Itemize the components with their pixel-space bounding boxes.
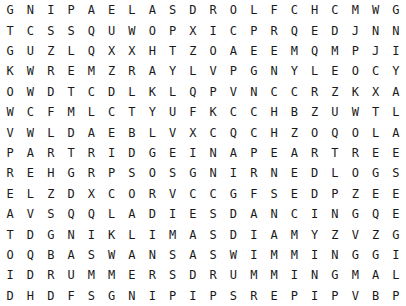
grid-cell-r15c18[interactable]: V — [345, 286, 365, 306]
grid-cell-r11c6[interactable]: L — [101, 204, 121, 224]
grid-cell-r10c1[interactable]: E — [0, 184, 20, 204]
grid-cell-r8c2[interactable]: A — [20, 143, 40, 163]
grid-cell-r7c5[interactable]: A — [81, 122, 101, 142]
grid-cell-r9c20[interactable]: S — [386, 163, 406, 183]
grid-cell-r12c8[interactable]: I — [142, 224, 162, 244]
grid-cell-r9c10[interactable]: G — [183, 163, 203, 183]
grid-cell-r15c9[interactable]: P — [162, 286, 182, 306]
grid-cell-r7c18[interactable]: O — [345, 122, 365, 142]
grid-cell-r1c5[interactable]: A — [81, 0, 101, 20]
grid-cell-r12c1[interactable]: T — [0, 224, 20, 244]
grid-cell-r2c14[interactable]: R — [264, 20, 284, 40]
grid-cell-r10c7[interactable]: O — [122, 184, 142, 204]
grid-cell-r11c8[interactable]: D — [142, 204, 162, 224]
grid-cell-r10c16[interactable]: D — [304, 184, 324, 204]
grid-cell-r1c2[interactable]: N — [20, 0, 40, 20]
grid-cell-r6c8[interactable]: Y — [142, 102, 162, 122]
grid-cell-r8c7[interactable]: D — [122, 143, 142, 163]
grid-cell-r7c17[interactable]: Q — [325, 122, 345, 142]
grid-cell-r3c6[interactable]: X — [101, 41, 121, 61]
grid-cell-r1c7[interactable]: L — [122, 0, 142, 20]
grid-cell-r13c6[interactable]: W — [101, 245, 121, 265]
grid-cell-r1c12[interactable]: O — [223, 0, 243, 20]
grid-cell-r9c11[interactable]: N — [203, 163, 223, 183]
grid-cell-r8c18[interactable]: R — [345, 143, 365, 163]
grid-cell-r14c8[interactable]: R — [142, 265, 162, 285]
grid-cell-r2c3[interactable]: S — [41, 20, 61, 40]
grid-cell-r8c13[interactable]: P — [244, 143, 264, 163]
grid-cell-r4c17[interactable]: E — [325, 61, 345, 81]
grid-cell-r1c11[interactable]: R — [203, 0, 223, 20]
grid-cell-r2c4[interactable]: S — [61, 20, 81, 40]
grid-cell-r8c16[interactable]: R — [304, 143, 324, 163]
grid-cell-r14c15[interactable]: I — [284, 265, 304, 285]
grid-cell-r9c8[interactable]: O — [142, 163, 162, 183]
grid-cell-r5c13[interactable]: N — [244, 82, 264, 102]
grid-cell-r15c7[interactable]: N — [122, 286, 142, 306]
grid-cell-r6c2[interactable]: C — [20, 102, 40, 122]
grid-cell-r10c6[interactable]: C — [101, 184, 121, 204]
grid-cell-r1c9[interactable]: S — [162, 0, 182, 20]
grid-cell-r14c3[interactable]: R — [41, 265, 61, 285]
grid-cell-r7c9[interactable]: V — [162, 122, 182, 142]
grid-cell-r3c2[interactable]: U — [20, 41, 40, 61]
grid-cell-r8c11[interactable]: N — [203, 143, 223, 163]
grid-cell-r10c20[interactable]: E — [386, 184, 406, 204]
grid-cell-r10c11[interactable]: C — [203, 184, 223, 204]
grid-cell-r9c4[interactable]: G — [61, 163, 81, 183]
grid-cell-r2c1[interactable]: T — [0, 20, 20, 40]
grid-cell-r11c7[interactable]: A — [122, 204, 142, 224]
grid-cell-r15c5[interactable]: S — [81, 286, 101, 306]
grid-cell-r3c16[interactable]: Q — [304, 41, 324, 61]
grid-cell-r15c3[interactable]: D — [41, 286, 61, 306]
grid-cell-r5c8[interactable]: K — [142, 82, 162, 102]
grid-cell-r10c12[interactable]: G — [223, 184, 243, 204]
grid-cell-r13c10[interactable]: A — [183, 245, 203, 265]
grid-cell-r3c3[interactable]: Z — [41, 41, 61, 61]
grid-cell-r15c1[interactable]: D — [0, 286, 20, 306]
grid-cell-r1c10[interactable]: D — [183, 0, 203, 20]
grid-cell-r3c10[interactable]: Z — [183, 41, 203, 61]
grid-cell-r11c19[interactable]: Q — [365, 204, 385, 224]
grid-cell-r12c17[interactable]: Z — [325, 224, 345, 244]
grid-cell-r13c9[interactable]: S — [162, 245, 182, 265]
grid-cell-r6c18[interactable]: W — [345, 102, 365, 122]
grid-cell-r14c20[interactable]: L — [386, 265, 406, 285]
grid-cell-r5c10[interactable]: Q — [183, 82, 203, 102]
grid-cell-r15c17[interactable]: P — [325, 286, 345, 306]
grid-cell-r14c17[interactable]: G — [325, 265, 345, 285]
grid-cell-r13c12[interactable]: W — [223, 245, 243, 265]
grid-cell-r8c20[interactable]: E — [386, 143, 406, 163]
grid-cell-r12c14[interactable]: A — [264, 224, 284, 244]
grid-cell-r5c17[interactable]: Z — [325, 82, 345, 102]
grid-cell-r1c17[interactable]: C — [325, 0, 345, 20]
grid-cell-r7c10[interactable]: X — [183, 122, 203, 142]
grid-cell-r10c5[interactable]: X — [81, 184, 101, 204]
grid-cell-r5c2[interactable]: W — [20, 82, 40, 102]
grid-cell-r4c19[interactable]: C — [365, 61, 385, 81]
grid-cell-r4c9[interactable]: Y — [162, 61, 182, 81]
grid-cell-r11c18[interactable]: G — [345, 204, 365, 224]
grid-cell-r7c14[interactable]: H — [264, 122, 284, 142]
grid-cell-r3c5[interactable]: Q — [81, 41, 101, 61]
grid-cell-r4c2[interactable]: W — [20, 61, 40, 81]
grid-cell-r3c13[interactable]: E — [244, 41, 264, 61]
grid-cell-r13c13[interactable]: I — [244, 245, 264, 265]
grid-cell-r10c9[interactable]: V — [162, 184, 182, 204]
grid-cell-r9c5[interactable]: R — [81, 163, 101, 183]
grid-cell-r9c6[interactable]: P — [101, 163, 121, 183]
grid-cell-r2c5[interactable]: Q — [81, 20, 101, 40]
grid-cell-r13c18[interactable]: G — [345, 245, 365, 265]
grid-cell-r4c14[interactable]: N — [264, 61, 284, 81]
grid-cell-r12c5[interactable]: I — [81, 224, 101, 244]
grid-cell-r8c19[interactable]: E — [365, 143, 385, 163]
grid-cell-r15c11[interactable]: P — [203, 286, 223, 306]
grid-cell-r15c13[interactable]: R — [244, 286, 264, 306]
grid-cell-r7c16[interactable]: O — [304, 122, 324, 142]
grid-cell-r13c5[interactable]: S — [81, 245, 101, 265]
grid-cell-r11c4[interactable]: Q — [61, 204, 81, 224]
grid-cell-r2c16[interactable]: E — [304, 20, 324, 40]
grid-cell-r3c14[interactable]: E — [264, 41, 284, 61]
grid-cell-r13c11[interactable]: S — [203, 245, 223, 265]
grid-cell-r3c15[interactable]: M — [284, 41, 304, 61]
grid-cell-r5c18[interactable]: K — [345, 82, 365, 102]
grid-cell-r11c11[interactable]: S — [203, 204, 223, 224]
grid-cell-r11c5[interactable]: Q — [81, 204, 101, 224]
grid-cell-r6c5[interactable]: L — [81, 102, 101, 122]
grid-cell-r14c1[interactable]: I — [0, 265, 20, 285]
grid-cell-r8c14[interactable]: E — [264, 143, 284, 163]
grid-cell-r14c13[interactable]: M — [244, 265, 264, 285]
grid-cell-r2c17[interactable]: D — [325, 20, 345, 40]
grid-cell-r15c10[interactable]: I — [183, 286, 203, 306]
grid-cell-r9c2[interactable]: E — [20, 163, 40, 183]
grid-cell-r10c15[interactable]: E — [284, 184, 304, 204]
grid-cell-r8c9[interactable]: E — [162, 143, 182, 163]
grid-cell-r1c1[interactable]: G — [0, 0, 20, 20]
grid-cell-r12c9[interactable]: M — [162, 224, 182, 244]
grid-cell-r15c14[interactable]: E — [264, 286, 284, 306]
grid-cell-r11c17[interactable]: N — [325, 204, 345, 224]
grid-cell-r7c1[interactable]: V — [0, 122, 20, 142]
grid-cell-r7c6[interactable]: E — [101, 122, 121, 142]
grid-cell-r1c20[interactable]: G — [386, 0, 406, 20]
grid-cell-r13c15[interactable]: M — [284, 245, 304, 265]
grid-cell-r5c16[interactable]: R — [304, 82, 324, 102]
grid-cell-r4c1[interactable]: K — [0, 61, 20, 81]
grid-cell-r4c5[interactable]: M — [81, 61, 101, 81]
grid-cell-r2c12[interactable]: C — [223, 20, 243, 40]
grid-cell-r4c6[interactable]: Z — [101, 61, 121, 81]
grid-cell-r15c15[interactable]: P — [284, 286, 304, 306]
grid-cell-r14c18[interactable]: M — [345, 265, 365, 285]
grid-cell-r12c12[interactable]: D — [223, 224, 243, 244]
grid-cell-r8c5[interactable]: R — [81, 143, 101, 163]
grid-cell-r1c8[interactable]: A — [142, 0, 162, 20]
grid-cell-r14c2[interactable]: D — [20, 265, 40, 285]
grid-cell-r15c8[interactable]: I — [142, 286, 162, 306]
grid-cell-r5c9[interactable]: L — [162, 82, 182, 102]
grid-cell-r10c17[interactable]: P — [325, 184, 345, 204]
grid-cell-r1c19[interactable]: W — [365, 0, 385, 20]
grid-cell-r7c12[interactable]: Q — [223, 122, 243, 142]
grid-cell-r11c14[interactable]: N — [264, 204, 284, 224]
grid-cell-r3c8[interactable]: H — [142, 41, 162, 61]
grid-cell-r14c9[interactable]: S — [162, 265, 182, 285]
grid-cell-r6c16[interactable]: Z — [304, 102, 324, 122]
grid-cell-r8c17[interactable]: T — [325, 143, 345, 163]
grid-cell-r9c9[interactable]: S — [162, 163, 182, 183]
grid-cell-r6c19[interactable]: T — [365, 102, 385, 122]
grid-cell-r11c12[interactable]: D — [223, 204, 243, 224]
grid-cell-r14c14[interactable]: M — [264, 265, 284, 285]
grid-cell-r3c19[interactable]: J — [365, 41, 385, 61]
grid-cell-r2c10[interactable]: X — [183, 20, 203, 40]
grid-cell-r2c18[interactable]: J — [345, 20, 365, 40]
grid-cell-r12c4[interactable]: N — [61, 224, 81, 244]
grid-cell-r4c16[interactable]: L — [304, 61, 324, 81]
grid-cell-r12c20[interactable]: G — [386, 224, 406, 244]
grid-cell-r6c4[interactable]: M — [61, 102, 81, 122]
grid-cell-r12c3[interactable]: G — [41, 224, 61, 244]
grid-cell-r6c10[interactable]: F — [183, 102, 203, 122]
grid-cell-r12c6[interactable]: K — [101, 224, 121, 244]
grid-cell-r1c3[interactable]: I — [41, 0, 61, 20]
grid-cell-r10c4[interactable]: D — [61, 184, 81, 204]
grid-cell-r14c7[interactable]: E — [122, 265, 142, 285]
grid-cell-r5c14[interactable]: C — [264, 82, 284, 102]
grid-cell-r13c8[interactable]: N — [142, 245, 162, 265]
grid-cell-r6c7[interactable]: T — [122, 102, 142, 122]
grid-cell-r8c8[interactable]: G — [142, 143, 162, 163]
grid-cell-r6c14[interactable]: H — [264, 102, 284, 122]
grid-cell-r15c20[interactable]: P — [386, 286, 406, 306]
grid-cell-r13c20[interactable]: I — [386, 245, 406, 265]
grid-cell-r6c6[interactable]: C — [101, 102, 121, 122]
grid-cell-r1c14[interactable]: F — [264, 0, 284, 20]
grid-cell-r9c19[interactable]: G — [365, 163, 385, 183]
grid-cell-r13c14[interactable]: M — [264, 245, 284, 265]
grid-cell-r6c13[interactable]: C — [244, 102, 264, 122]
grid-cell-r5c19[interactable]: X — [365, 82, 385, 102]
grid-cell-r6c12[interactable]: C — [223, 102, 243, 122]
grid-cell-r2c13[interactable]: P — [244, 20, 264, 40]
grid-cell-r4c15[interactable]: Y — [284, 61, 304, 81]
grid-cell-r9c7[interactable]: S — [122, 163, 142, 183]
grid-cell-r12c2[interactable]: D — [20, 224, 40, 244]
grid-cell-r12c7[interactable]: L — [122, 224, 142, 244]
grid-cell-r15c19[interactable]: B — [365, 286, 385, 306]
grid-cell-r12c13[interactable]: I — [244, 224, 264, 244]
grid-cell-r3c7[interactable]: X — [122, 41, 142, 61]
grid-cell-r7c15[interactable]: Z — [284, 122, 304, 142]
grid-cell-r13c2[interactable]: Q — [20, 245, 40, 265]
grid-cell-r3c17[interactable]: M — [325, 41, 345, 61]
grid-cell-r12c15[interactable]: M — [284, 224, 304, 244]
grid-cell-r4c4[interactable]: E — [61, 61, 81, 81]
grid-cell-r2c7[interactable]: W — [122, 20, 142, 40]
grid-cell-r11c16[interactable]: I — [304, 204, 324, 224]
grid-cell-r5c5[interactable]: C — [81, 82, 101, 102]
grid-cell-r7c8[interactable]: L — [142, 122, 162, 142]
grid-cell-r11c9[interactable]: I — [162, 204, 182, 224]
grid-cell-r11c3[interactable]: S — [41, 204, 61, 224]
grid-cell-r13c19[interactable]: G — [365, 245, 385, 265]
grid-cell-r3c18[interactable]: P — [345, 41, 365, 61]
grid-cell-r4c10[interactable]: L — [183, 61, 203, 81]
grid-cell-r14c6[interactable]: M — [101, 265, 121, 285]
grid-cell-r9c17[interactable]: L — [325, 163, 345, 183]
grid-cell-r10c14[interactable]: S — [264, 184, 284, 204]
grid-cell-r11c1[interactable]: A — [0, 204, 20, 224]
grid-cell-r11c10[interactable]: E — [183, 204, 203, 224]
grid-cell-r8c12[interactable]: A — [223, 143, 243, 163]
grid-cell-r12c10[interactable]: A — [183, 224, 203, 244]
grid-cell-r9c1[interactable]: R — [0, 163, 20, 183]
grid-cell-r1c13[interactable]: L — [244, 0, 264, 20]
grid-cell-r13c17[interactable]: N — [325, 245, 345, 265]
grid-cell-r2c6[interactable]: U — [101, 20, 121, 40]
grid-cell-r5c1[interactable]: O — [0, 82, 20, 102]
grid-cell-r14c19[interactable]: A — [365, 265, 385, 285]
grid-cell-r4c11[interactable]: V — [203, 61, 223, 81]
grid-cell-r3c1[interactable]: G — [0, 41, 20, 61]
grid-cell-r6c11[interactable]: K — [203, 102, 223, 122]
grid-cell-r12c11[interactable]: S — [203, 224, 223, 244]
grid-cell-r5c12[interactable]: V — [223, 82, 243, 102]
grid-cell-r14c16[interactable]: N — [304, 265, 324, 285]
grid-cell-r3c12[interactable]: A — [223, 41, 243, 61]
grid-cell-r3c20[interactable]: I — [386, 41, 406, 61]
grid-cell-r4c20[interactable]: Y — [386, 61, 406, 81]
grid-cell-r8c10[interactable]: I — [183, 143, 203, 163]
grid-cell-r14c10[interactable]: D — [183, 265, 203, 285]
grid-cell-r8c3[interactable]: R — [41, 143, 61, 163]
grid-cell-r7c13[interactable]: C — [244, 122, 264, 142]
grid-cell-r11c2[interactable]: V — [20, 204, 40, 224]
grid-cell-r9c18[interactable]: O — [345, 163, 365, 183]
grid-cell-r8c15[interactable]: A — [284, 143, 304, 163]
grid-cell-r4c13[interactable]: G — [244, 61, 264, 81]
grid-cell-r1c6[interactable]: E — [101, 0, 121, 20]
grid-cell-r2c15[interactable]: Q — [284, 20, 304, 40]
grid-cell-r10c3[interactable]: Z — [41, 184, 61, 204]
grid-cell-r5c4[interactable]: T — [61, 82, 81, 102]
grid-cell-r5c20[interactable]: A — [386, 82, 406, 102]
grid-cell-r15c16[interactable]: I — [304, 286, 324, 306]
grid-cell-r2c9[interactable]: P — [162, 20, 182, 40]
grid-cell-r15c6[interactable]: G — [101, 286, 121, 306]
grid-cell-r11c13[interactable]: A — [244, 204, 264, 224]
grid-cell-r3c4[interactable]: L — [61, 41, 81, 61]
grid-cell-r6c9[interactable]: U — [162, 102, 182, 122]
grid-cell-r6c15[interactable]: B — [284, 102, 304, 122]
grid-cell-r6c17[interactable]: U — [325, 102, 345, 122]
grid-cell-r5c11[interactable]: P — [203, 82, 223, 102]
grid-cell-r13c16[interactable]: I — [304, 245, 324, 265]
grid-cell-r4c8[interactable]: A — [142, 61, 162, 81]
grid-cell-r6c3[interactable]: F — [41, 102, 61, 122]
grid-cell-r7c20[interactable]: A — [386, 122, 406, 142]
grid-cell-r4c3[interactable]: R — [41, 61, 61, 81]
grid-cell-r10c8[interactable]: R — [142, 184, 162, 204]
grid-cell-r10c10[interactable]: C — [183, 184, 203, 204]
grid-cell-r15c12[interactable]: S — [223, 286, 243, 306]
grid-cell-r10c18[interactable]: Z — [345, 184, 365, 204]
grid-cell-r1c4[interactable]: P — [61, 0, 81, 20]
grid-cell-r7c7[interactable]: B — [122, 122, 142, 142]
grid-cell-r4c18[interactable]: O — [345, 61, 365, 81]
grid-cell-r12c18[interactable]: V — [345, 224, 365, 244]
grid-cell-r7c11[interactable]: C — [203, 122, 223, 142]
grid-cell-r2c20[interactable]: N — [386, 20, 406, 40]
grid-cell-r2c19[interactable]: N — [365, 20, 385, 40]
grid-cell-r7c3[interactable]: L — [41, 122, 61, 142]
grid-cell-r1c16[interactable]: H — [304, 0, 324, 20]
grid-cell-r5c6[interactable]: D — [101, 82, 121, 102]
grid-cell-r6c1[interactable]: W — [0, 102, 20, 122]
grid-cell-r3c9[interactable]: T — [162, 41, 182, 61]
grid-cell-r14c12[interactable]: U — [223, 265, 243, 285]
grid-cell-r9c14[interactable]: N — [264, 163, 284, 183]
grid-cell-r4c12[interactable]: P — [223, 61, 243, 81]
grid-cell-r14c4[interactable]: U — [61, 265, 81, 285]
grid-cell-r7c19[interactable]: L — [365, 122, 385, 142]
grid-cell-r2c2[interactable]: C — [20, 20, 40, 40]
grid-cell-r15c4[interactable]: F — [61, 286, 81, 306]
grid-cell-r5c7[interactable]: L — [122, 82, 142, 102]
grid-cell-r8c1[interactable]: P — [0, 143, 20, 163]
grid-cell-r15c2[interactable]: H — [20, 286, 40, 306]
grid-cell-r12c16[interactable]: Y — [304, 224, 324, 244]
grid-cell-r7c4[interactable]: D — [61, 122, 81, 142]
grid-cell-r13c4[interactable]: A — [61, 245, 81, 265]
grid-cell-r11c20[interactable]: E — [386, 204, 406, 224]
grid-cell-r3c11[interactable]: O — [203, 41, 223, 61]
grid-cell-r9c3[interactable]: H — [41, 163, 61, 183]
grid-cell-r13c7[interactable]: A — [122, 245, 142, 265]
grid-cell-r13c3[interactable]: B — [41, 245, 61, 265]
grid-cell-r6c20[interactable]: L — [386, 102, 406, 122]
grid-cell-r9c16[interactable]: D — [304, 163, 324, 183]
grid-cell-r8c4[interactable]: T — [61, 143, 81, 163]
grid-cell-r10c19[interactable]: E — [365, 184, 385, 204]
grid-cell-r9c15[interactable]: E — [284, 163, 304, 183]
grid-cell-r14c5[interactable]: M — [81, 265, 101, 285]
grid-cell-r1c15[interactable]: C — [284, 0, 304, 20]
grid-cell-r5c15[interactable]: C — [284, 82, 304, 102]
grid-cell-r2c11[interactable]: I — [203, 20, 223, 40]
grid-cell-r9c13[interactable]: R — [244, 163, 264, 183]
grid-cell-r9c12[interactable]: I — [223, 163, 243, 183]
grid-cell-r7c2[interactable]: W — [20, 122, 40, 142]
grid-cell-r4c7[interactable]: R — [122, 61, 142, 81]
grid-cell-r14c11[interactable]: R — [203, 265, 223, 285]
grid-cell-r10c13[interactable]: F — [244, 184, 264, 204]
grid-cell-r5c3[interactable]: D — [41, 82, 61, 102]
grid-cell-r8c6[interactable]: I — [101, 143, 121, 163]
grid-cell-r12c19[interactable]: Z — [365, 224, 385, 244]
grid-cell-r1c18[interactable]: M — [345, 0, 365, 20]
grid-cell-r11c15[interactable]: C — [284, 204, 304, 224]
grid-cell-r10c2[interactable]: L — [20, 184, 40, 204]
grid-cell-r2c8[interactable]: O — [142, 20, 162, 40]
grid-cell-r13c1[interactable]: O — [0, 245, 20, 265]
